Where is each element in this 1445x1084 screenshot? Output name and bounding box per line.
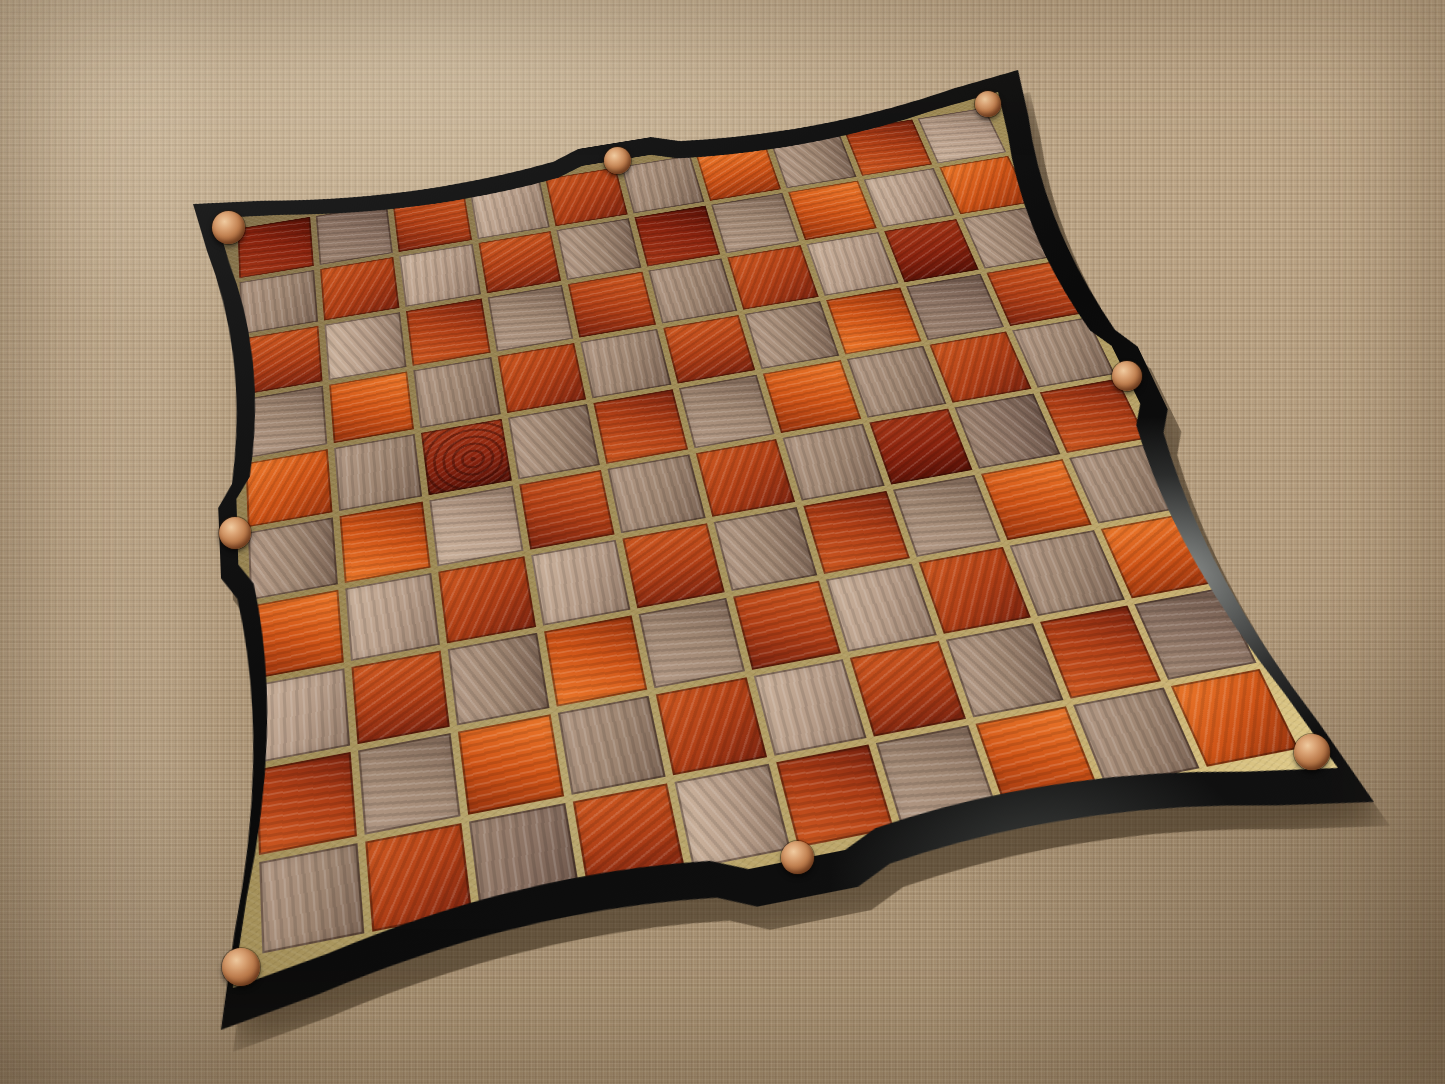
square-r2c4 bbox=[478, 231, 561, 294]
photo-scene bbox=[0, 0, 1445, 1084]
square-r6c3 bbox=[429, 485, 523, 566]
square-r3c6 bbox=[648, 258, 737, 323]
square-r1c10 bbox=[917, 108, 1006, 164]
square-r4c9 bbox=[906, 274, 1004, 341]
square-r3c8 bbox=[806, 232, 899, 296]
square-r8c4 bbox=[544, 615, 648, 707]
square-r1c1 bbox=[238, 217, 314, 278]
square-r6c8 bbox=[869, 408, 973, 484]
square-r2c2 bbox=[320, 257, 400, 321]
square-r6c1 bbox=[248, 517, 337, 600]
square-r9c4 bbox=[557, 696, 665, 795]
square-r2c9 bbox=[863, 168, 954, 227]
square-r6c6 bbox=[695, 439, 795, 517]
square-r2c1 bbox=[239, 270, 317, 335]
square-r4c4 bbox=[497, 343, 586, 414]
square-r8c2 bbox=[351, 650, 450, 744]
square-r3c4 bbox=[487, 285, 573, 351]
square-r6c7 bbox=[782, 423, 884, 500]
square-r5c8 bbox=[846, 346, 946, 418]
square-r4c3 bbox=[413, 357, 500, 428]
square-r5c2 bbox=[334, 434, 422, 511]
square-r2c3 bbox=[399, 244, 481, 307]
square-r7c2 bbox=[345, 573, 440, 661]
rivet-left bbox=[219, 517, 251, 549]
rivet-right bbox=[1112, 361, 1142, 391]
square-r4c7 bbox=[744, 301, 838, 369]
square-r8c1 bbox=[253, 668, 349, 763]
square-r9c2 bbox=[357, 733, 460, 834]
square-r7c3 bbox=[438, 556, 535, 643]
rivet-top-left bbox=[212, 211, 245, 244]
square-r6c4 bbox=[519, 470, 615, 550]
square-r2c7 bbox=[711, 193, 799, 254]
square-r5c4 bbox=[508, 404, 600, 479]
square-r5c9 bbox=[929, 331, 1031, 402]
square-r7c7 bbox=[803, 491, 909, 574]
square-r8c3 bbox=[448, 632, 549, 725]
rivet-top-right bbox=[975, 91, 1001, 117]
square-r8c8 bbox=[918, 546, 1031, 633]
rivet-bottom-right bbox=[1294, 734, 1330, 770]
square-r2c6 bbox=[634, 205, 720, 266]
square-r8c6 bbox=[733, 580, 841, 670]
square-r3c3 bbox=[406, 299, 490, 366]
square-r5c3 bbox=[421, 419, 511, 495]
square-r9c3 bbox=[458, 714, 564, 814]
rivet-bottom-left bbox=[222, 948, 260, 986]
rivet-bottom bbox=[781, 841, 814, 874]
square-r10c1 bbox=[259, 843, 364, 954]
square-r9c6 bbox=[753, 659, 866, 755]
square-r3c2 bbox=[324, 312, 407, 380]
square-r10c5 bbox=[674, 763, 790, 868]
square-r4c1 bbox=[243, 385, 326, 458]
square-r3c7 bbox=[727, 245, 818, 309]
square-r4c8 bbox=[826, 287, 922, 354]
square-r6c5 bbox=[607, 454, 705, 533]
square-r9c1 bbox=[256, 752, 356, 855]
board bbox=[216, 92, 1338, 988]
square-r2c5 bbox=[556, 218, 641, 280]
square-r5c5 bbox=[593, 389, 687, 463]
rivet-top bbox=[604, 147, 631, 174]
square-r4c5 bbox=[580, 329, 671, 399]
square-r5c6 bbox=[678, 375, 774, 448]
square-r7c5 bbox=[622, 523, 724, 608]
square-r7c6 bbox=[713, 507, 817, 591]
square-r5c1 bbox=[246, 449, 332, 527]
square-r6c2 bbox=[339, 501, 431, 583]
square-r5c7 bbox=[763, 360, 861, 433]
square-r3c5 bbox=[568, 272, 656, 338]
square-r9c5 bbox=[656, 677, 767, 774]
square-r4c6 bbox=[663, 315, 756, 384]
square-r7c8 bbox=[893, 475, 1001, 557]
square-r1c6 bbox=[621, 155, 704, 213]
square-r4c2 bbox=[329, 371, 414, 443]
square-r3c9 bbox=[884, 219, 978, 282]
square-r8c5 bbox=[638, 598, 744, 689]
square-r2c8 bbox=[788, 180, 877, 240]
square-r9c7 bbox=[850, 641, 966, 736]
square-r8c7 bbox=[826, 563, 937, 651]
square-r7c4 bbox=[531, 540, 631, 626]
